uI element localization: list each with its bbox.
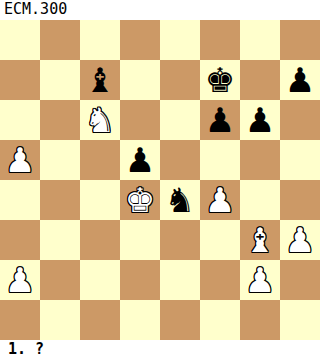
square-d2[interactable] bbox=[120, 260, 160, 300]
square-d6[interactable] bbox=[120, 100, 160, 140]
white-king: ♚ bbox=[125, 180, 155, 220]
square-c3[interactable] bbox=[80, 220, 120, 260]
square-b7[interactable] bbox=[40, 60, 80, 100]
square-f8[interactable] bbox=[200, 20, 240, 60]
square-h8[interactable] bbox=[280, 20, 320, 60]
square-f5[interactable] bbox=[200, 140, 240, 180]
square-f6[interactable]: ♟ bbox=[200, 100, 240, 140]
white-pawn: ♟ bbox=[245, 260, 275, 300]
square-e5[interactable] bbox=[160, 140, 200, 180]
square-c5[interactable] bbox=[80, 140, 120, 180]
white-knight: ♞ bbox=[85, 100, 115, 140]
chess-board: ♝♚♟♞♟♟♟♟♚♞♟♝♟♟♟ bbox=[0, 20, 320, 340]
square-g1[interactable] bbox=[240, 300, 280, 340]
square-b6[interactable] bbox=[40, 100, 80, 140]
square-f4[interactable]: ♟ bbox=[200, 180, 240, 220]
square-e7[interactable] bbox=[160, 60, 200, 100]
square-c1[interactable] bbox=[80, 300, 120, 340]
white-pawn: ♟ bbox=[285, 220, 315, 260]
square-a7[interactable] bbox=[0, 60, 40, 100]
square-g8[interactable] bbox=[240, 20, 280, 60]
square-d5[interactable]: ♟ bbox=[120, 140, 160, 180]
white-pawn: ♟ bbox=[205, 180, 235, 220]
square-c8[interactable] bbox=[80, 20, 120, 60]
square-b5[interactable] bbox=[40, 140, 80, 180]
square-a8[interactable] bbox=[0, 20, 40, 60]
square-h7[interactable]: ♟ bbox=[280, 60, 320, 100]
square-e8[interactable] bbox=[160, 20, 200, 60]
square-h5[interactable] bbox=[280, 140, 320, 180]
square-e3[interactable] bbox=[160, 220, 200, 260]
square-e2[interactable] bbox=[160, 260, 200, 300]
square-c4[interactable] bbox=[80, 180, 120, 220]
square-h2[interactable] bbox=[280, 260, 320, 300]
square-a3[interactable] bbox=[0, 220, 40, 260]
square-e6[interactable] bbox=[160, 100, 200, 140]
square-g3[interactable]: ♝ bbox=[240, 220, 280, 260]
square-f2[interactable] bbox=[200, 260, 240, 300]
black-pawn: ♟ bbox=[245, 100, 275, 140]
black-pawn: ♟ bbox=[205, 100, 235, 140]
square-b2[interactable] bbox=[40, 260, 80, 300]
square-b3[interactable] bbox=[40, 220, 80, 260]
square-g5[interactable] bbox=[240, 140, 280, 180]
move-prompt: 1. ? bbox=[0, 340, 320, 360]
square-f1[interactable] bbox=[200, 300, 240, 340]
white-pawn: ♟ bbox=[5, 260, 35, 300]
square-g6[interactable]: ♟ bbox=[240, 100, 280, 140]
square-g7[interactable] bbox=[240, 60, 280, 100]
square-f7[interactable]: ♚ bbox=[200, 60, 240, 100]
square-h1[interactable] bbox=[280, 300, 320, 340]
square-d7[interactable] bbox=[120, 60, 160, 100]
square-f3[interactable] bbox=[200, 220, 240, 260]
square-e1[interactable] bbox=[160, 300, 200, 340]
square-g2[interactable]: ♟ bbox=[240, 260, 280, 300]
white-pawn: ♟ bbox=[5, 140, 35, 180]
black-pawn: ♟ bbox=[125, 140, 155, 180]
square-c6[interactable]: ♞ bbox=[80, 100, 120, 140]
square-a6[interactable] bbox=[0, 100, 40, 140]
square-g4[interactable] bbox=[240, 180, 280, 220]
square-d8[interactable] bbox=[120, 20, 160, 60]
square-b4[interactable] bbox=[40, 180, 80, 220]
square-d1[interactable] bbox=[120, 300, 160, 340]
square-a2[interactable]: ♟ bbox=[0, 260, 40, 300]
square-h3[interactable]: ♟ bbox=[280, 220, 320, 260]
square-a5[interactable]: ♟ bbox=[0, 140, 40, 180]
square-a4[interactable] bbox=[0, 180, 40, 220]
square-e4[interactable]: ♞ bbox=[160, 180, 200, 220]
square-c2[interactable] bbox=[80, 260, 120, 300]
black-knight: ♞ bbox=[165, 180, 195, 220]
black-pawn: ♟ bbox=[285, 60, 315, 100]
diagram-title: ECM.300 bbox=[0, 0, 320, 20]
square-d3[interactable] bbox=[120, 220, 160, 260]
square-c7[interactable]: ♝ bbox=[80, 60, 120, 100]
square-b1[interactable] bbox=[40, 300, 80, 340]
black-bishop: ♝ bbox=[85, 60, 115, 100]
white-bishop: ♝ bbox=[245, 220, 275, 260]
square-b8[interactable] bbox=[40, 20, 80, 60]
square-d4[interactable]: ♚ bbox=[120, 180, 160, 220]
square-a1[interactable] bbox=[0, 300, 40, 340]
square-h4[interactable] bbox=[280, 180, 320, 220]
square-h6[interactable] bbox=[280, 100, 320, 140]
black-king: ♚ bbox=[205, 60, 235, 100]
